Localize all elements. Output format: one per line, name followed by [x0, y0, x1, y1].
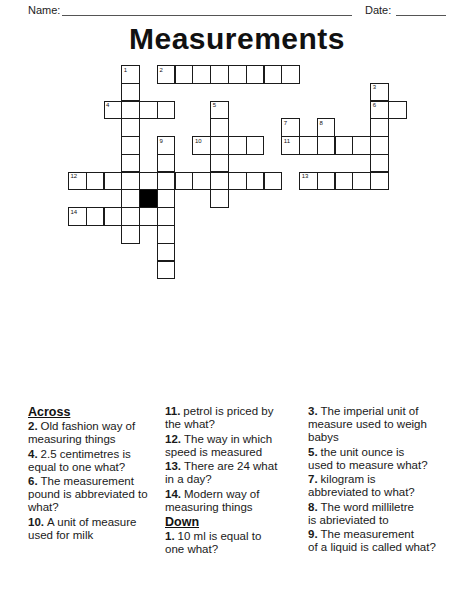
crossword-cell[interactable] — [121, 136, 140, 155]
crossword-cell[interactable] — [228, 172, 247, 191]
crossword-cell[interactable]: 1 — [121, 65, 140, 84]
clue-text: A unit of measure used for milk — [28, 516, 137, 541]
crossword-cell[interactable] — [317, 172, 336, 191]
crossword-cell[interactable] — [192, 65, 211, 84]
crossword-cell[interactable] — [157, 154, 176, 173]
crossword-cell[interactable] — [121, 83, 140, 102]
crossword-cell[interactable] — [157, 243, 176, 262]
crossword-cell[interactable] — [192, 172, 211, 191]
clue-text: kilogram is abbreviated to what? — [308, 473, 415, 498]
crossword-cell[interactable] — [228, 65, 247, 84]
crossword-cell[interactable] — [157, 189, 176, 208]
crossword-cell[interactable] — [246, 172, 265, 191]
crossword-cell[interactable] — [281, 65, 300, 84]
clue-number: 4. — [28, 448, 38, 460]
clue-number: 7. — [308, 473, 318, 485]
clue-6-across: 6.The measurement pound is abbreviated t… — [28, 475, 161, 514]
down-header: Down — [165, 515, 298, 529]
crossword-cell[interactable] — [121, 207, 140, 226]
crossword-cell[interactable] — [370, 136, 389, 155]
crossword-cell[interactable] — [104, 207, 123, 226]
clue-number: 8. — [308, 501, 318, 513]
crossword-cell[interactable]: 7 — [281, 118, 300, 137]
crossword-cell[interactable] — [370, 118, 389, 137]
clue-13-across: 13.There are 24 what in a day? — [165, 460, 298, 486]
name-input-line[interactable] — [62, 6, 352, 16]
crossword-cell[interactable] — [335, 172, 354, 191]
clue-text: The measurement pound is abbreviated to … — [28, 475, 148, 513]
clue-text: The way in which speed is measured — [165, 433, 272, 458]
blocked-cell — [139, 189, 158, 208]
date-input-line[interactable] — [396, 6, 446, 16]
crossword-cell[interactable]: 5 — [210, 101, 229, 120]
crossword-cell[interactable] — [352, 172, 371, 191]
cell-number: 2 — [159, 67, 162, 73]
crossword-cell[interactable] — [139, 101, 158, 120]
clue-number: 13. — [165, 460, 181, 472]
crossword-cell[interactable]: 3 — [370, 83, 389, 102]
cell-number: 5 — [213, 102, 216, 108]
crossword-cell[interactable] — [246, 136, 265, 155]
cell-number: 11 — [284, 138, 290, 144]
clue-10-across: 10.A unit of measure used for milk — [28, 516, 161, 542]
clue-14-across: 14.Modern way of measuring things — [165, 488, 298, 514]
clue-number: 10. — [28, 516, 44, 528]
crossword-cell[interactable] — [157, 225, 176, 244]
clue-11-across: 11.petrol is priced by the what? — [165, 405, 298, 431]
crossword-cell[interactable] — [210, 136, 229, 155]
crossword-cell[interactable]: 12 — [68, 172, 87, 191]
name-label: Name: — [28, 4, 60, 16]
crossword-cell[interactable] — [157, 101, 176, 120]
crossword-cell[interactable] — [264, 172, 283, 191]
clue-1-down: 1.10 ml is equal to one what? — [165, 530, 298, 556]
worksheet-page: { "game": "crossword", "header": { "name… — [0, 0, 474, 613]
clue-4-across: 4.2.5 centimetres is equal to one what? — [28, 448, 161, 474]
clue-3-down: 3.The imperial unit of measure used to w… — [308, 405, 448, 444]
crossword-cell[interactable] — [210, 189, 229, 208]
crossword-cell[interactable] — [121, 118, 140, 137]
crossword-cell[interactable] — [157, 172, 176, 191]
clues-column-3: 3.The imperial unit of measure used to w… — [308, 405, 448, 556]
crossword-cell[interactable] — [228, 136, 247, 155]
crossword-cell[interactable] — [210, 172, 229, 191]
cell-number: 3 — [373, 84, 376, 90]
crossword-grid: 1234567891011121314 — [68, 65, 408, 280]
crossword-cell[interactable] — [210, 154, 229, 173]
crossword-cell[interactable] — [335, 136, 354, 155]
crossword-cell[interactable] — [86, 207, 105, 226]
clue-text: 10 ml is equal to one what? — [165, 530, 261, 555]
crossword-cell[interactable]: 14 — [68, 207, 87, 226]
clue-text: The imperial unit of measure used to wei… — [308, 405, 427, 443]
across-header: Across — [28, 405, 161, 419]
clue-12-across: 12.The way in which speed is measured — [165, 433, 298, 459]
crossword-cell[interactable] — [121, 172, 140, 191]
clues-column-1: Across2.Old fashion way of measuring thi… — [28, 405, 161, 543]
crossword-cell[interactable] — [299, 136, 318, 155]
clue-text: petrol is priced by the what? — [165, 405, 273, 430]
cell-number: 14 — [71, 209, 78, 215]
clue-number: 12. — [165, 433, 181, 445]
crossword-cell[interactable] — [175, 172, 194, 191]
clue-5-down: 5.the unit ounce is used to measure what… — [308, 446, 448, 472]
clue-8-down: 8.The word milliletre is abrieviated to — [308, 501, 448, 527]
crossword-cell[interactable] — [370, 172, 389, 191]
clue-number: 14. — [165, 488, 181, 500]
cell-number: 13 — [302, 173, 309, 179]
crossword-cell[interactable] — [210, 118, 229, 137]
clue-text: There are 24 what in a day? — [165, 460, 277, 485]
clue-number: 5. — [308, 446, 318, 458]
clue-number: 3. — [308, 405, 318, 417]
crossword-cell[interactable]: 2 — [157, 65, 176, 84]
clue-number: 1. — [165, 530, 175, 542]
clue-7-down: 7.kilogram is abbreviated to what? — [308, 473, 448, 499]
clue-text: The measurement of a liquid is called wh… — [308, 528, 436, 553]
crossword-cell[interactable]: 6 — [370, 101, 389, 120]
cell-number: 10 — [195, 138, 202, 144]
crossword-cell[interactable] — [121, 189, 140, 208]
clue-text: 2.5 centimetres is equal to one what? — [28, 448, 131, 473]
crossword-cell[interactable] — [210, 65, 229, 84]
crossword-cell[interactable]: 9 — [157, 136, 176, 155]
crossword-cell[interactable] — [157, 261, 176, 280]
clue-2-across: 2.Old fashion way of measuring things — [28, 420, 161, 446]
crossword-cell[interactable] — [264, 65, 283, 84]
crossword-cell[interactable]: 4 — [104, 101, 123, 120]
crossword-cell[interactable] — [175, 65, 194, 84]
crossword-cell[interactable] — [157, 207, 176, 226]
clue-text: the unit ounce is used to measure what? — [308, 446, 428, 471]
crossword-cell[interactable]: 13 — [299, 172, 318, 191]
crossword-cell[interactable] — [121, 154, 140, 173]
crossword-cell[interactable] — [139, 172, 158, 191]
crossword-cell[interactable]: 11 — [281, 136, 300, 155]
cell-number: 6 — [373, 102, 376, 108]
clue-9-down: 9.The measurement of a liquid is called … — [308, 528, 448, 554]
crossword-cell[interactable] — [139, 207, 158, 226]
crossword-cell[interactable] — [388, 101, 407, 120]
crossword-cell[interactable] — [246, 65, 265, 84]
puzzle-title: Measurements — [0, 22, 474, 56]
clue-number: 9. — [308, 528, 318, 540]
cell-number: 9 — [159, 138, 162, 144]
cell-number: 8 — [319, 120, 322, 126]
crossword-cell[interactable] — [86, 172, 105, 191]
cell-number: 4 — [106, 102, 109, 108]
crossword-cell[interactable] — [352, 136, 371, 155]
crossword-cell[interactable] — [317, 136, 336, 155]
date-label: Date: — [365, 4, 391, 16]
crossword-cell[interactable]: 8 — [317, 118, 336, 137]
clue-number: 2. — [28, 420, 38, 432]
clue-text: The word milliletre is abrieviated to — [308, 501, 414, 526]
crossword-cell[interactable] — [121, 101, 140, 120]
clues-column-2: 11.petrol is priced by the what?12.The w… — [165, 405, 298, 558]
crossword-cell[interactable] — [104, 172, 123, 191]
cell-number: 7 — [284, 120, 287, 126]
clues-section: Across2.Old fashion way of measuring thi… — [28, 405, 448, 558]
clue-number: 6. — [28, 475, 38, 487]
cell-number: 1 — [124, 67, 127, 73]
crossword-cell[interactable] — [370, 154, 389, 173]
crossword-cell[interactable] — [121, 225, 140, 244]
clue-text: Old fashion way of measuring things — [28, 420, 135, 445]
clue-number: 11. — [165, 405, 180, 417]
cell-number: 12 — [71, 173, 78, 179]
crossword-cell[interactable]: 10 — [192, 136, 211, 155]
